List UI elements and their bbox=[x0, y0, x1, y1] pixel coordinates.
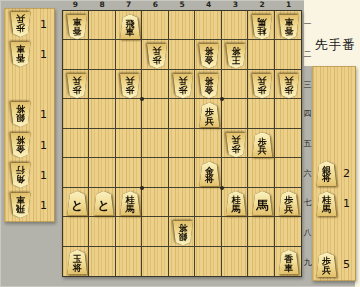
shogi-piece[interactable]: 桂馬 bbox=[252, 14, 273, 39]
hand-slot bbox=[313, 67, 355, 97]
board-square[interactable] bbox=[89, 217, 115, 246]
board-square[interactable] bbox=[142, 70, 168, 99]
shogi-piece[interactable]: 歩兵 bbox=[252, 73, 273, 98]
board-square[interactable] bbox=[116, 158, 142, 187]
board-square[interactable] bbox=[89, 70, 115, 99]
shogi-piece[interactable]: 銀将 bbox=[173, 220, 194, 245]
hand-count: 1 bbox=[40, 48, 47, 61]
piece-face: 香車 bbox=[278, 250, 299, 275]
hand-slot: 桂馬1 bbox=[313, 189, 355, 219]
shogi-piece[interactable]: 桂馬 bbox=[120, 191, 141, 216]
board-square[interactable] bbox=[142, 11, 168, 40]
board-square[interactable] bbox=[89, 99, 115, 128]
piece-face: 飛車 bbox=[10, 193, 31, 218]
hand-count: 1 bbox=[40, 139, 47, 152]
shogi-piece[interactable]: 香車 bbox=[278, 14, 299, 39]
board-square[interactable] bbox=[116, 217, 142, 246]
piece-face: 金将 bbox=[199, 161, 220, 186]
hand-piece[interactable]: 桂馬 bbox=[316, 191, 337, 216]
shogi-app-window: 先手番 987654321 一二三四五六七八九 香車飛車桂馬香車歩兵金将王将歩兵… bbox=[0, 0, 360, 287]
board-square[interactable] bbox=[169, 11, 195, 40]
board-square[interactable] bbox=[222, 99, 248, 128]
shogi-piece[interactable]: 金将 bbox=[199, 73, 220, 98]
shogi-board: 香車飛車桂馬香車歩兵金将王将歩兵歩兵歩兵金将歩兵歩兵歩兵歩兵歩兵金将とと桂馬桂馬… bbox=[62, 10, 302, 277]
hand-slot: 金将1 bbox=[5, 130, 54, 160]
hand-piece[interactable]: 銀将 bbox=[316, 161, 337, 186]
shogi-piece[interactable]: 香車 bbox=[278, 250, 299, 275]
board-square[interactable] bbox=[116, 247, 142, 276]
piece-face: と bbox=[67, 191, 88, 216]
board-square[interactable] bbox=[63, 40, 89, 69]
file-label: 4 bbox=[195, 0, 222, 10]
board-square[interactable] bbox=[195, 188, 221, 217]
piece-face: 歩兵 bbox=[10, 12, 31, 37]
board-square[interactable] bbox=[222, 158, 248, 187]
file-label: 1 bbox=[275, 0, 302, 10]
piece-face: 歩兵 bbox=[173, 73, 194, 98]
shogi-piece[interactable]: 歩兵 bbox=[67, 73, 88, 98]
board-square[interactable] bbox=[169, 247, 195, 276]
hand-slot: 歩兵1 bbox=[5, 9, 54, 39]
piece-face: 桂馬 bbox=[316, 191, 337, 216]
piece-face: 香車 bbox=[278, 14, 299, 39]
board-square[interactable] bbox=[89, 158, 115, 187]
hand-count: 1 bbox=[40, 18, 47, 31]
board-square[interactable] bbox=[275, 99, 301, 128]
piece-face: 歩兵 bbox=[225, 132, 246, 157]
hand-piece[interactable]: 金将 bbox=[10, 133, 31, 158]
board-square[interactable] bbox=[195, 217, 221, 246]
hand-piece[interactable]: 飛車 bbox=[10, 193, 31, 218]
hand-slot bbox=[313, 219, 355, 249]
star-point bbox=[220, 97, 224, 101]
file-coordinates: 987654321 bbox=[62, 0, 302, 10]
board-square[interactable] bbox=[142, 247, 168, 276]
board-square[interactable] bbox=[169, 40, 195, 69]
hand-slot: 銀将2 bbox=[313, 158, 355, 188]
hand-piece[interactable]: 角行 bbox=[10, 163, 31, 188]
shogi-piece[interactable]: 金将 bbox=[199, 161, 220, 186]
board-square[interactable] bbox=[275, 158, 301, 187]
piece-face: 香車 bbox=[10, 42, 31, 67]
board-square[interactable] bbox=[89, 247, 115, 276]
board-square[interactable] bbox=[169, 158, 195, 187]
hand-piece[interactable]: 歩兵 bbox=[10, 12, 31, 37]
hand-slot: 歩兵5 bbox=[313, 250, 355, 280]
board-square[interactable] bbox=[89, 11, 115, 40]
hand-slot: 角行1 bbox=[5, 160, 54, 190]
hand-slot bbox=[313, 97, 355, 127]
piece-face: 金将 bbox=[199, 73, 220, 98]
board-square[interactable] bbox=[248, 158, 274, 187]
board-square[interactable] bbox=[222, 217, 248, 246]
shogi-piece[interactable]: と bbox=[93, 191, 114, 216]
board-square[interactable] bbox=[63, 217, 89, 246]
hand-piece[interactable]: 銀将 bbox=[10, 102, 31, 127]
piece-face: 金将 bbox=[10, 133, 31, 158]
board-square[interactable] bbox=[195, 11, 221, 40]
piece-face: 飛車 bbox=[120, 14, 141, 39]
rank-label: 一 bbox=[302, 10, 313, 40]
board-square[interactable] bbox=[248, 217, 274, 246]
file-label: 6 bbox=[142, 0, 169, 10]
board-square[interactable] bbox=[116, 129, 142, 158]
board-square[interactable] bbox=[169, 188, 195, 217]
board-square[interactable] bbox=[89, 40, 115, 69]
piece-face: 銀将 bbox=[10, 102, 31, 127]
piece-face: 歩兵 bbox=[316, 252, 337, 277]
rank-label: 二 bbox=[302, 40, 313, 70]
piece-face: 王将 bbox=[225, 44, 246, 69]
piece-face: 桂馬 bbox=[120, 191, 141, 216]
board-square[interactable] bbox=[275, 40, 301, 69]
board-square[interactable] bbox=[142, 99, 168, 128]
board-square[interactable] bbox=[142, 158, 168, 187]
board-square[interactable] bbox=[248, 247, 274, 276]
shogi-piece[interactable]: 歩兵 bbox=[146, 44, 167, 69]
board-square[interactable] bbox=[116, 40, 142, 69]
shogi-piece[interactable]: 歩兵 bbox=[225, 132, 246, 157]
hand-count: 2 bbox=[343, 167, 350, 180]
shogi-piece[interactable]: 歩兵 bbox=[120, 73, 141, 98]
board-square[interactable] bbox=[169, 129, 195, 158]
piece-face: 歩兵 bbox=[278, 73, 299, 98]
piece-face: 桂馬 bbox=[252, 14, 273, 39]
file-label: 5 bbox=[169, 0, 196, 10]
sente-captured-stand: 銀将2桂馬1歩兵5 bbox=[312, 66, 356, 281]
shogi-piece[interactable]: 香車 bbox=[67, 14, 88, 39]
piece-face: 歩兵 bbox=[199, 103, 220, 128]
shogi-piece[interactable]: 歩兵 bbox=[199, 103, 220, 128]
piece-face: 歩兵 bbox=[278, 191, 299, 216]
gote-captured-stand: 歩兵1香車1銀将1金将1角行1飛車1 bbox=[4, 8, 55, 222]
file-label: 7 bbox=[115, 0, 142, 10]
piece-face: 金将 bbox=[199, 44, 220, 69]
shogi-piece[interactable]: 飛車 bbox=[120, 14, 141, 39]
piece-face: 馬 bbox=[252, 191, 273, 216]
shogi-piece[interactable]: 金将 bbox=[199, 44, 220, 69]
shogi-piece[interactable]: 歩兵 bbox=[252, 132, 273, 157]
board-square[interactable] bbox=[222, 70, 248, 99]
piece-face: と bbox=[93, 191, 114, 216]
hand-slot: 香車1 bbox=[5, 39, 54, 69]
hand-slot: 銀将1 bbox=[5, 100, 54, 130]
shogi-piece[interactable]: 桂馬 bbox=[225, 191, 246, 216]
board-square[interactable] bbox=[195, 247, 221, 276]
hand-count: 1 bbox=[40, 199, 47, 212]
board-square[interactable] bbox=[142, 129, 168, 158]
board-square[interactable] bbox=[275, 129, 301, 158]
hand-slot bbox=[5, 70, 54, 100]
hand-slot bbox=[313, 128, 355, 158]
board-square[interactable] bbox=[222, 247, 248, 276]
hand-count: 5 bbox=[343, 258, 350, 271]
star-point bbox=[140, 186, 144, 190]
piece-face: 香車 bbox=[67, 14, 88, 39]
shogi-piece[interactable]: と bbox=[67, 191, 88, 216]
board-square[interactable] bbox=[142, 217, 168, 246]
hand-count: 1 bbox=[40, 108, 47, 121]
piece-face: 歩兵 bbox=[252, 132, 273, 157]
piece-face: 角行 bbox=[10, 163, 31, 188]
board-square[interactable] bbox=[63, 99, 89, 128]
shogi-piece[interactable]: 玉将 bbox=[67, 250, 88, 275]
piece-face: 桂馬 bbox=[225, 191, 246, 216]
hand-piece[interactable]: 香車 bbox=[10, 42, 31, 67]
shogi-piece[interactable]: 王将 bbox=[225, 44, 246, 69]
piece-face: 銀将 bbox=[316, 161, 337, 186]
file-label: 2 bbox=[249, 0, 276, 10]
piece-face: 銀将 bbox=[173, 220, 194, 245]
board-square[interactable] bbox=[63, 129, 89, 158]
board-square[interactable] bbox=[195, 129, 221, 158]
piece-face: 歩兵 bbox=[146, 44, 167, 69]
hand-slot: 飛車1 bbox=[5, 191, 54, 221]
hand-count: 1 bbox=[40, 169, 47, 182]
turn-indicator: 先手番 bbox=[315, 37, 356, 54]
board-square[interactable] bbox=[142, 188, 168, 217]
board-square[interactable] bbox=[222, 11, 248, 40]
shogi-piece[interactable]: 歩兵 bbox=[278, 73, 299, 98]
board-square[interactable] bbox=[63, 158, 89, 187]
board-square[interactable] bbox=[116, 99, 142, 128]
hand-count: 1 bbox=[343, 197, 350, 210]
shogi-piece[interactable]: 歩兵 bbox=[278, 191, 299, 216]
star-point bbox=[220, 186, 224, 190]
piece-face: 歩兵 bbox=[120, 73, 141, 98]
board-square[interactable] bbox=[169, 99, 195, 128]
hand-piece[interactable]: 歩兵 bbox=[316, 252, 337, 277]
board-square[interactable] bbox=[89, 129, 115, 158]
file-label: 3 bbox=[222, 0, 249, 10]
shogi-piece[interactable]: 馬 bbox=[252, 191, 273, 216]
board-square[interactable] bbox=[248, 99, 274, 128]
piece-face: 歩兵 bbox=[67, 73, 88, 98]
piece-face: 玉将 bbox=[67, 250, 88, 275]
board-square[interactable] bbox=[248, 40, 274, 69]
star-point bbox=[140, 97, 144, 101]
file-label: 9 bbox=[62, 0, 89, 10]
board-square[interactable] bbox=[275, 217, 301, 246]
shogi-piece[interactable]: 歩兵 bbox=[173, 73, 194, 98]
piece-face: 歩兵 bbox=[252, 73, 273, 98]
file-label: 8 bbox=[89, 0, 116, 10]
